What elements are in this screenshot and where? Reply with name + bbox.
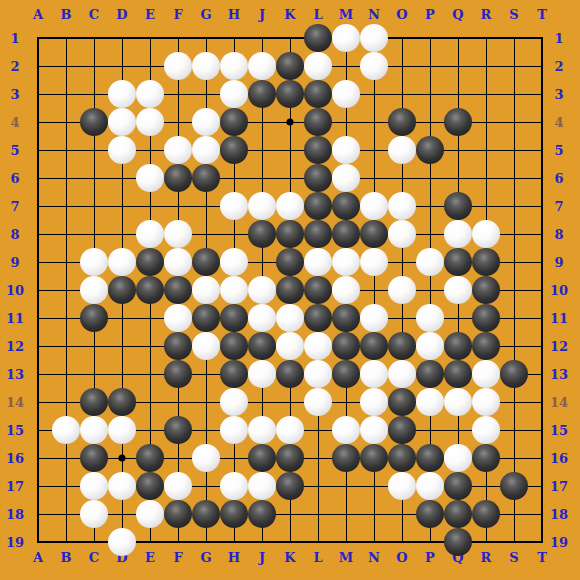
stone-black-L7[interactable] (304, 192, 332, 220)
stone-white-M10[interactable] (332, 276, 360, 304)
stone-white-P12[interactable] (416, 332, 444, 360)
stone-black-D10[interactable] (108, 276, 136, 304)
stone-black-O12[interactable] (388, 332, 416, 360)
stone-black-H18[interactable] (220, 500, 248, 528)
stone-white-F8[interactable] (164, 220, 192, 248)
stone-black-N8[interactable] (360, 220, 388, 248)
col-label-top-T: T (537, 7, 547, 22)
row-label-left-11: 11 (6, 311, 24, 326)
stone-black-F12[interactable] (164, 332, 192, 360)
board-background: AABBCCDDEEFFGGHHJJKKLLMMNNOOPPQQRRSSTT11… (0, 0, 580, 580)
stone-white-N11[interactable] (360, 304, 388, 332)
stone-black-J12[interactable] (248, 332, 276, 360)
stone-white-R14[interactable] (472, 388, 500, 416)
stone-black-H13[interactable] (220, 360, 248, 388)
stone-white-D5[interactable] (108, 136, 136, 164)
stone-white-D9[interactable] (108, 248, 136, 276)
stone-white-K15[interactable] (276, 416, 304, 444)
col-label-bottom-F: F (173, 550, 182, 565)
stone-black-P16[interactable] (416, 444, 444, 472)
stone-black-S13[interactable] (500, 360, 528, 388)
stone-white-G4[interactable] (192, 108, 220, 136)
stone-white-M5[interactable] (332, 136, 360, 164)
stone-white-R13[interactable] (472, 360, 500, 388)
stone-white-Q10[interactable] (444, 276, 472, 304)
stone-black-G6[interactable] (192, 164, 220, 192)
stone-black-L3[interactable] (304, 80, 332, 108)
stone-black-R9[interactable] (472, 248, 500, 276)
stone-white-L14[interactable] (304, 388, 332, 416)
stone-black-O16[interactable] (388, 444, 416, 472)
row-label-right-1: 1 (554, 31, 563, 46)
row-label-left-4: 4 (10, 115, 19, 130)
stone-white-M15[interactable] (332, 416, 360, 444)
stone-white-H14[interactable] (220, 388, 248, 416)
stone-white-R8[interactable] (472, 220, 500, 248)
stone-black-C11[interactable] (80, 304, 108, 332)
stone-black-L10[interactable] (304, 276, 332, 304)
stone-white-F5[interactable] (164, 136, 192, 164)
stone-white-P11[interactable] (416, 304, 444, 332)
stone-white-L13[interactable] (304, 360, 332, 388)
col-label-bottom-R: R (481, 550, 492, 565)
stone-white-H9[interactable] (220, 248, 248, 276)
stone-black-L6[interactable] (304, 164, 332, 192)
stone-black-M8[interactable] (332, 220, 360, 248)
stone-white-G16[interactable] (192, 444, 220, 472)
stone-black-M12[interactable] (332, 332, 360, 360)
stone-black-E10[interactable] (136, 276, 164, 304)
col-label-top-G: G (200, 7, 211, 22)
row-label-right-6: 6 (554, 171, 563, 186)
stone-black-L4[interactable] (304, 108, 332, 136)
stone-black-P18[interactable] (416, 500, 444, 528)
col-label-bottom-A: A (33, 550, 43, 565)
stone-white-D3[interactable] (108, 80, 136, 108)
stone-black-Q17[interactable] (444, 472, 472, 500)
row-label-right-9: 9 (554, 255, 563, 270)
stone-black-J8[interactable] (248, 220, 276, 248)
stone-white-Q14[interactable] (444, 388, 472, 416)
row-label-right-19: 19 (550, 535, 568, 550)
stone-black-R16[interactable] (472, 444, 500, 472)
stone-black-P13[interactable] (416, 360, 444, 388)
col-label-bottom-N: N (368, 550, 380, 565)
col-label-top-S: S (509, 7, 518, 22)
stone-white-F17[interactable] (164, 472, 192, 500)
stone-white-M6[interactable] (332, 164, 360, 192)
col-label-bottom-L: L (313, 550, 322, 565)
stone-white-D17[interactable] (108, 472, 136, 500)
col-label-top-D: D (116, 7, 127, 22)
stone-white-D4[interactable] (108, 108, 136, 136)
row-label-right-5: 5 (554, 143, 563, 158)
stone-black-K13[interactable] (276, 360, 304, 388)
stone-black-K17[interactable] (276, 472, 304, 500)
col-label-top-E: E (145, 7, 155, 22)
stone-black-F18[interactable] (164, 500, 192, 528)
stone-white-K7[interactable] (276, 192, 304, 220)
stone-black-F6[interactable] (164, 164, 192, 192)
row-label-left-19: 19 (6, 535, 24, 550)
stone-black-O4[interactable] (388, 108, 416, 136)
stone-black-R18[interactable] (472, 500, 500, 528)
col-label-bottom-B: B (61, 550, 72, 565)
stone-white-L2[interactable] (304, 52, 332, 80)
stone-black-F13[interactable] (164, 360, 192, 388)
col-label-top-C: C (89, 7, 99, 22)
col-label-bottom-H: H (228, 550, 240, 565)
stone-black-C4[interactable] (80, 108, 108, 136)
stone-white-H15[interactable] (220, 416, 248, 444)
stone-black-J16[interactable] (248, 444, 276, 472)
row-label-right-14: 14 (550, 395, 568, 410)
stone-white-C10[interactable] (80, 276, 108, 304)
col-label-top-K: K (284, 7, 295, 22)
row-label-right-12: 12 (550, 339, 568, 354)
stone-black-D14[interactable] (108, 388, 136, 416)
stone-black-H12[interactable] (220, 332, 248, 360)
stone-white-H7[interactable] (220, 192, 248, 220)
stone-black-J3[interactable] (248, 80, 276, 108)
stone-white-E8[interactable] (136, 220, 164, 248)
row-label-left-6: 6 (10, 171, 19, 186)
col-label-top-M: M (339, 7, 353, 22)
stone-black-E16[interactable] (136, 444, 164, 472)
col-label-bottom-T: T (537, 550, 547, 565)
stone-white-M9[interactable] (332, 248, 360, 276)
stone-black-L11[interactable] (304, 304, 332, 332)
stone-black-G18[interactable] (192, 500, 220, 528)
stone-black-K3[interactable] (276, 80, 304, 108)
stone-white-J10[interactable] (248, 276, 276, 304)
stone-white-H10[interactable] (220, 276, 248, 304)
stone-black-Q12[interactable] (444, 332, 472, 360)
col-label-bottom-S: S (509, 550, 518, 565)
stone-white-K12[interactable] (276, 332, 304, 360)
row-label-right-11: 11 (550, 311, 568, 326)
stone-white-C17[interactable] (80, 472, 108, 500)
row-label-left-14: 14 (6, 395, 24, 410)
stone-white-C18[interactable] (80, 500, 108, 528)
stone-black-E17[interactable] (136, 472, 164, 500)
stone-white-M3[interactable] (332, 80, 360, 108)
stone-black-M13[interactable] (332, 360, 360, 388)
stone-black-E9[interactable] (136, 248, 164, 276)
stone-white-Q16[interactable] (444, 444, 472, 472)
stone-white-F9[interactable] (164, 248, 192, 276)
col-label-top-B: B (61, 7, 72, 22)
stone-white-N1[interactable] (360, 24, 388, 52)
row-label-right-18: 18 (550, 507, 568, 522)
stone-black-G9[interactable] (192, 248, 220, 276)
stone-white-N13[interactable] (360, 360, 388, 388)
stone-white-J15[interactable] (248, 416, 276, 444)
row-label-right-15: 15 (550, 423, 568, 438)
stone-black-K16[interactable] (276, 444, 304, 472)
stone-white-O8[interactable] (388, 220, 416, 248)
stone-black-M16[interactable] (332, 444, 360, 472)
row-label-left-8: 8 (10, 227, 19, 242)
col-label-bottom-M: M (339, 550, 353, 565)
stone-white-C15[interactable] (80, 416, 108, 444)
stone-white-D15[interactable] (108, 416, 136, 444)
stone-white-N7[interactable] (360, 192, 388, 220)
row-label-right-17: 17 (550, 479, 568, 494)
row-label-left-9: 9 (10, 255, 19, 270)
col-label-bottom-O: O (396, 550, 407, 565)
stone-black-N12[interactable] (360, 332, 388, 360)
stone-black-K10[interactable] (276, 276, 304, 304)
stone-black-N16[interactable] (360, 444, 388, 472)
stone-black-Q13[interactable] (444, 360, 472, 388)
row-label-left-18: 18 (6, 507, 24, 522)
stone-white-C9[interactable] (80, 248, 108, 276)
stone-white-J2[interactable] (248, 52, 276, 80)
stone-white-O10[interactable] (388, 276, 416, 304)
row-label-right-16: 16 (550, 451, 568, 466)
stone-black-O14[interactable] (388, 388, 416, 416)
row-label-right-3: 3 (554, 87, 563, 102)
row-label-left-5: 5 (10, 143, 19, 158)
stone-white-K11[interactable] (276, 304, 304, 332)
row-label-left-13: 13 (6, 367, 24, 382)
stone-black-R11[interactable] (472, 304, 500, 332)
stone-black-L1[interactable] (304, 24, 332, 52)
stone-white-G2[interactable] (192, 52, 220, 80)
star-point-K4 (287, 119, 294, 126)
row-label-right-4: 4 (554, 115, 563, 130)
stone-black-P5[interactable] (416, 136, 444, 164)
stone-black-O15[interactable] (388, 416, 416, 444)
stone-white-J17[interactable] (248, 472, 276, 500)
stone-black-R10[interactable] (472, 276, 500, 304)
stone-white-P14[interactable] (416, 388, 444, 416)
stone-white-G5[interactable] (192, 136, 220, 164)
stone-white-L9[interactable] (304, 248, 332, 276)
col-label-bottom-E: E (145, 550, 155, 565)
stone-black-G11[interactable] (192, 304, 220, 332)
stone-white-O13[interactable] (388, 360, 416, 388)
stone-black-K9[interactable] (276, 248, 304, 276)
stone-white-H3[interactable] (220, 80, 248, 108)
stone-black-F10[interactable] (164, 276, 192, 304)
row-label-right-10: 10 (550, 283, 568, 298)
stone-white-G10[interactable] (192, 276, 220, 304)
stone-white-N2[interactable] (360, 52, 388, 80)
col-label-top-P: P (425, 7, 435, 22)
row-label-left-16: 16 (6, 451, 24, 466)
stone-black-L5[interactable] (304, 136, 332, 164)
col-label-bottom-C: C (89, 550, 99, 565)
stone-white-F11[interactable] (164, 304, 192, 332)
row-label-left-2: 2 (10, 59, 19, 74)
stone-black-K8[interactable] (276, 220, 304, 248)
row-label-left-3: 3 (10, 87, 19, 102)
col-label-top-J: J (259, 7, 265, 22)
stone-white-O5[interactable] (388, 136, 416, 164)
stone-black-C16[interactable] (80, 444, 108, 472)
row-label-left-12: 12 (6, 339, 24, 354)
row-label-left-7: 7 (10, 199, 19, 214)
row-label-right-13: 13 (550, 367, 568, 382)
col-label-bottom-K: K (284, 550, 295, 565)
stone-black-L8[interactable] (304, 220, 332, 248)
row-label-right-8: 8 (554, 227, 563, 242)
stone-white-P17[interactable] (416, 472, 444, 500)
col-label-top-H: H (228, 7, 240, 22)
stone-black-H11[interactable] (220, 304, 248, 332)
stone-white-O7[interactable] (388, 192, 416, 220)
stone-white-P9[interactable] (416, 248, 444, 276)
stone-white-B15[interactable] (52, 416, 80, 444)
stone-white-O17[interactable] (388, 472, 416, 500)
stone-white-E18[interactable] (136, 500, 164, 528)
stone-black-F15[interactable] (164, 416, 192, 444)
grid-line-vertical (514, 37, 515, 543)
stone-black-H4[interactable] (220, 108, 248, 136)
stone-white-N15[interactable] (360, 416, 388, 444)
star-point-D16 (119, 455, 126, 462)
stone-black-K2[interactable] (276, 52, 304, 80)
stone-white-J13[interactable] (248, 360, 276, 388)
stone-black-Q19[interactable] (444, 528, 472, 556)
row-label-right-2: 2 (554, 59, 563, 74)
col-label-bottom-P: P (425, 550, 435, 565)
stone-black-Q4[interactable] (444, 108, 472, 136)
stone-black-R12[interactable] (472, 332, 500, 360)
stone-white-N9[interactable] (360, 248, 388, 276)
col-label-top-N: N (368, 7, 380, 22)
stone-white-G12[interactable] (192, 332, 220, 360)
col-label-top-A: A (33, 7, 43, 22)
stone-black-M11[interactable] (332, 304, 360, 332)
col-label-bottom-J: J (259, 550, 265, 565)
stone-black-Q18[interactable] (444, 500, 472, 528)
stone-white-D19[interactable] (108, 528, 136, 556)
stone-black-C14[interactable] (80, 388, 108, 416)
row-label-left-15: 15 (6, 423, 24, 438)
stone-white-R15[interactable] (472, 416, 500, 444)
col-label-top-R: R (481, 7, 492, 22)
stone-black-J18[interactable] (248, 500, 276, 528)
stone-white-Q8[interactable] (444, 220, 472, 248)
stone-white-E3[interactable] (136, 80, 164, 108)
stone-black-S17[interactable] (500, 472, 528, 500)
stone-white-H2[interactable] (220, 52, 248, 80)
stone-white-J7[interactable] (248, 192, 276, 220)
col-label-top-F: F (173, 7, 182, 22)
col-label-top-L: L (313, 7, 322, 22)
col-label-bottom-G: G (200, 550, 211, 565)
stone-white-M1[interactable] (332, 24, 360, 52)
row-label-right-7: 7 (554, 199, 563, 214)
stone-white-E4[interactable] (136, 108, 164, 136)
stone-black-H5[interactable] (220, 136, 248, 164)
stone-white-L12[interactable] (304, 332, 332, 360)
stone-black-Q9[interactable] (444, 248, 472, 276)
row-label-left-10: 10 (6, 283, 24, 298)
col-label-top-Q: Q (452, 7, 463, 22)
stone-white-J11[interactable] (248, 304, 276, 332)
col-label-top-O: O (396, 7, 407, 22)
row-label-left-17: 17 (6, 479, 24, 494)
stone-black-M7[interactable] (332, 192, 360, 220)
stone-white-E6[interactable] (136, 164, 164, 192)
row-label-left-1: 1 (10, 31, 19, 46)
stone-white-F2[interactable] (164, 52, 192, 80)
stone-white-N14[interactable] (360, 388, 388, 416)
stone-black-Q7[interactable] (444, 192, 472, 220)
stone-white-H17[interactable] (220, 472, 248, 500)
